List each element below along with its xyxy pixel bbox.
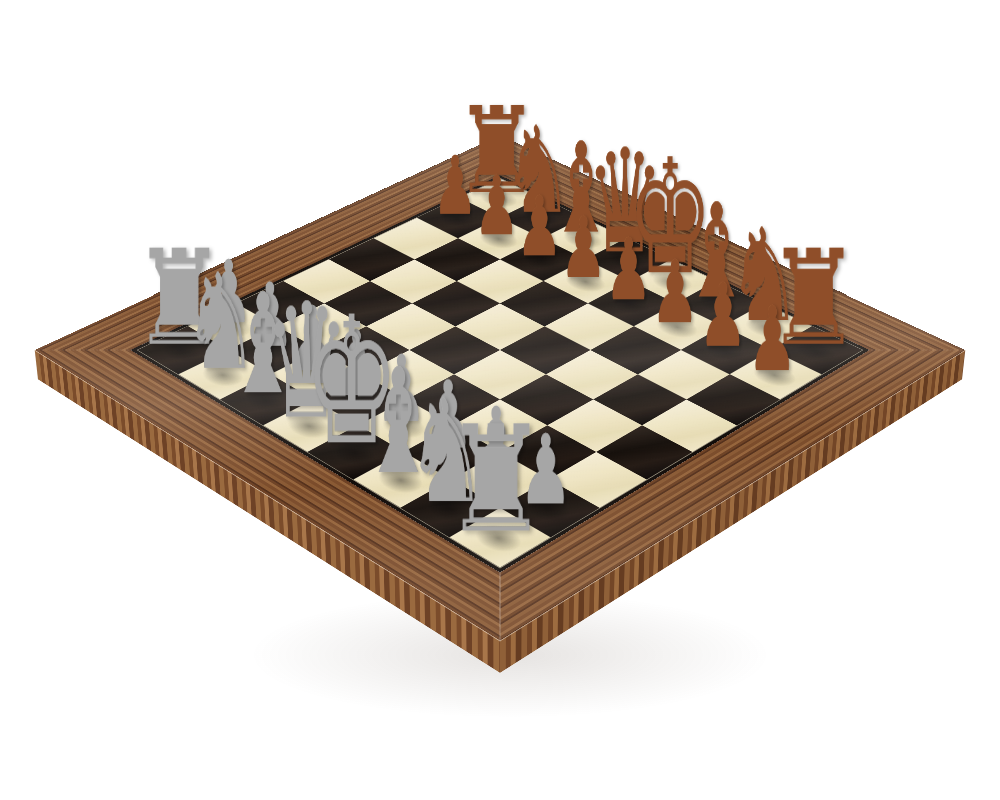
black-pawn: ♟ <box>745 295 800 384</box>
chessboard: ♜♞♝♛♚♝♞♜♟♟♟♟♟♟♟♟♟♟♟♟♟♟♟♟♜♞♝♛♚♝♞♜ <box>35 136 966 641</box>
black-pawn: ♟ <box>648 249 702 336</box>
square-h1: ♜ <box>450 508 551 568</box>
black-pawn: ♟ <box>602 227 655 313</box>
playing-area: ♜♞♝♛♚♝♞♜♟♟♟♟♟♟♟♟♟♟♟♟♟♟♟♟♜♞♝♛♚♝♞♜ <box>131 175 869 572</box>
board-top-surface: ♜♞♝♛♚♝♞♜♟♟♟♟♟♟♟♟♟♟♟♟♟♟♟♟♜♞♝♛♚♝♞♜ <box>35 136 966 641</box>
white-rook: ♜ <box>437 405 555 552</box>
product-photo-scene: ♜♞♝♛♚♝♞♜♟♟♟♟♟♟♟♟♟♟♟♟♟♟♟♟♜♞♝♛♚♝♞♜ <box>0 0 1000 800</box>
black-pawn: ♟ <box>696 272 751 360</box>
